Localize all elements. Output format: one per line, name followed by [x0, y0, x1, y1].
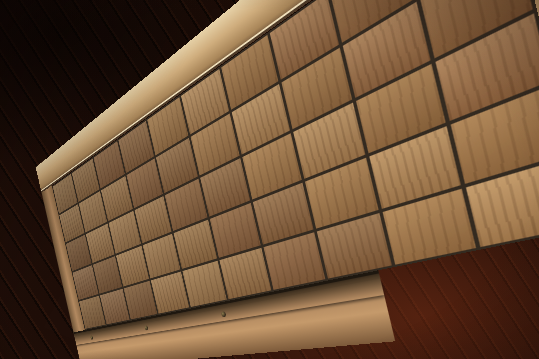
screw-icon: [221, 311, 226, 317]
board-grid: [52, 0, 539, 330]
board-square[interactable]: [219, 248, 271, 299]
screw-icon: [144, 325, 148, 330]
screw-icon: [90, 335, 93, 339]
board: [52, 0, 539, 328]
board-square[interactable]: [182, 261, 226, 307]
photo-scene: [0, 0, 539, 359]
